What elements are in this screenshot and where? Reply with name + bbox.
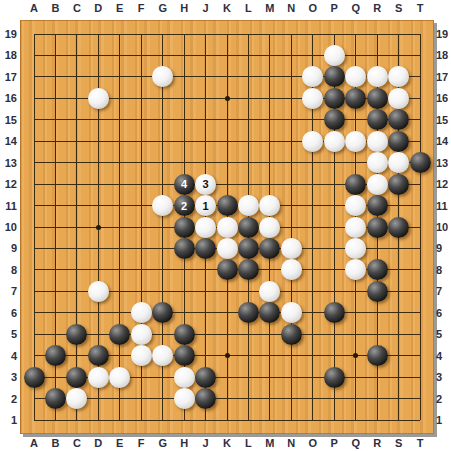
col-label-top-o: O <box>303 1 323 15</box>
grid-line-v-T <box>420 34 421 420</box>
col-label-bottom-o: O <box>303 436 323 450</box>
stone-white-n9 <box>281 238 302 259</box>
star-point-q4 <box>353 353 358 358</box>
stone-black-r11 <box>367 195 388 216</box>
col-label-top-t: T <box>410 1 430 15</box>
move-number-label: 3 <box>195 174 216 195</box>
stone-black-j3 <box>195 367 216 388</box>
col-label-top-d: D <box>88 1 108 15</box>
stone-black-j2 <box>195 388 216 409</box>
stone-white-o16 <box>302 88 323 109</box>
row-label-left-1: 1 <box>0 413 17 427</box>
stone-black-q16 <box>345 88 366 109</box>
stone-black-r16 <box>367 88 388 109</box>
col-label-bottom-f: F <box>131 436 151 450</box>
row-label-left-18: 18 <box>0 48 17 62</box>
stone-white-f5 <box>131 324 152 345</box>
row-label-right-7: 7 <box>436 284 451 298</box>
col-label-bottom-e: E <box>110 436 130 450</box>
row-label-right-17: 17 <box>436 70 451 84</box>
stone-black-n5 <box>281 324 302 345</box>
stone-black-h10 <box>174 217 195 238</box>
stone-black-e5 <box>109 324 130 345</box>
row-label-right-18: 18 <box>436 48 451 62</box>
stone-black-h11: 2 <box>174 195 195 216</box>
stone-white-n8 <box>281 259 302 280</box>
stone-white-h2 <box>174 388 195 409</box>
row-label-right-6: 6 <box>436 306 451 320</box>
col-label-bottom-c: C <box>67 436 87 450</box>
row-label-right-1: 1 <box>436 413 451 427</box>
stone-black-l10 <box>238 217 259 238</box>
row-label-right-2: 2 <box>436 392 451 406</box>
col-label-bottom-l: L <box>238 436 258 450</box>
move-number-label: 1 <box>195 195 216 216</box>
stone-white-d7 <box>88 281 109 302</box>
col-label-top-c: C <box>67 1 87 15</box>
stone-white-f4 <box>131 345 152 366</box>
row-label-right-3: 3 <box>436 370 451 384</box>
col-label-bottom-p: P <box>324 436 344 450</box>
stone-black-g6 <box>152 302 173 323</box>
stone-black-r15 <box>367 109 388 130</box>
col-label-bottom-s: S <box>389 436 409 450</box>
stone-black-s12 <box>388 174 409 195</box>
stone-white-k10 <box>217 217 238 238</box>
row-label-right-8: 8 <box>436 263 451 277</box>
row-label-left-5: 5 <box>0 327 17 341</box>
grid-line-h-1 <box>34 420 420 421</box>
stone-white-d16 <box>88 88 109 109</box>
row-label-left-11: 11 <box>0 199 17 213</box>
stone-black-k8 <box>217 259 238 280</box>
row-label-right-13: 13 <box>436 156 451 170</box>
stone-black-m6 <box>259 302 280 323</box>
stone-black-p3 <box>324 367 345 388</box>
stone-white-g4 <box>152 345 173 366</box>
col-label-bottom-n: N <box>281 436 301 450</box>
col-label-top-e: E <box>110 1 130 15</box>
stone-black-c5 <box>66 324 87 345</box>
row-label-right-10: 10 <box>436 220 451 234</box>
stone-black-c3 <box>66 367 87 388</box>
col-label-bottom-m: M <box>260 436 280 450</box>
row-label-left-6: 6 <box>0 306 17 320</box>
row-label-right-16: 16 <box>436 91 451 105</box>
stone-white-q8 <box>345 259 366 280</box>
stone-black-b2 <box>45 388 66 409</box>
row-label-left-3: 3 <box>0 370 17 384</box>
board-surface[interactable]: 4321 <box>20 20 434 434</box>
stone-black-d4 <box>88 345 109 366</box>
row-label-right-11: 11 <box>436 199 451 213</box>
col-label-top-f: F <box>131 1 151 15</box>
star-point-k4 <box>225 353 230 358</box>
stone-black-l8 <box>238 259 259 280</box>
row-label-right-5: 5 <box>436 327 451 341</box>
col-label-top-g: G <box>153 1 173 15</box>
stone-black-m9 <box>259 238 280 259</box>
col-label-bottom-j: J <box>196 436 216 450</box>
star-point-k16 <box>225 96 230 101</box>
stone-black-b4 <box>45 345 66 366</box>
star-point-d10 <box>96 225 101 230</box>
row-label-left-10: 10 <box>0 220 17 234</box>
stone-black-h5 <box>174 324 195 345</box>
col-label-bottom-q: Q <box>346 436 366 450</box>
stone-white-q11 <box>345 195 366 216</box>
stone-white-r13 <box>367 152 388 173</box>
col-label-top-r: R <box>367 1 387 15</box>
stone-black-r8 <box>367 259 388 280</box>
stone-white-s17 <box>388 66 409 87</box>
stone-black-k11 <box>217 195 238 216</box>
stone-white-p14 <box>324 131 345 152</box>
stone-white-f6 <box>131 302 152 323</box>
row-label-left-17: 17 <box>0 70 17 84</box>
stone-white-s13 <box>388 152 409 173</box>
stone-white-j12: 3 <box>195 174 216 195</box>
col-label-top-n: N <box>281 1 301 15</box>
stone-white-m11 <box>259 195 280 216</box>
col-label-bottom-g: G <box>153 436 173 450</box>
col-label-bottom-d: D <box>88 436 108 450</box>
stone-black-l6 <box>238 302 259 323</box>
stone-black-j9 <box>195 238 216 259</box>
row-label-left-12: 12 <box>0 177 17 191</box>
stone-white-r17 <box>367 66 388 87</box>
row-label-left-4: 4 <box>0 349 17 363</box>
row-label-left-15: 15 <box>0 113 17 127</box>
col-label-bottom-r: R <box>367 436 387 450</box>
col-label-bottom-t: T <box>410 436 430 450</box>
stone-black-l9 <box>238 238 259 259</box>
stone-white-g11 <box>152 195 173 216</box>
stone-white-m7 <box>259 281 280 302</box>
col-label-bottom-h: H <box>174 436 194 450</box>
row-label-right-4: 4 <box>436 349 451 363</box>
grid-line-h-6 <box>34 312 420 313</box>
stone-white-n6 <box>281 302 302 323</box>
row-label-left-19: 19 <box>0 27 17 41</box>
stone-black-q12 <box>345 174 366 195</box>
stone-black-t13 <box>410 152 431 173</box>
row-label-left-9: 9 <box>0 241 17 255</box>
col-label-top-q: Q <box>346 1 366 15</box>
stone-white-q10 <box>345 217 366 238</box>
stone-white-l11 <box>238 195 259 216</box>
stone-white-r12 <box>367 174 388 195</box>
stone-white-d3 <box>88 367 109 388</box>
row-label-right-9: 9 <box>436 241 451 255</box>
stone-black-a3 <box>24 367 45 388</box>
row-label-left-14: 14 <box>0 134 17 148</box>
go-board-diagram: 4321 AABBCCDDEEFFGGHHJJKKLLMMNNOOPPQQRRS… <box>0 0 451 451</box>
stone-white-q14 <box>345 131 366 152</box>
stone-black-p15 <box>324 109 345 130</box>
stone-black-r7 <box>367 281 388 302</box>
stone-white-r14 <box>367 131 388 152</box>
stone-black-p16 <box>324 88 345 109</box>
grid-line-h-2 <box>34 398 420 399</box>
col-label-bottom-k: K <box>217 436 237 450</box>
col-label-top-k: K <box>217 1 237 15</box>
stone-white-s16 <box>388 88 409 109</box>
stone-black-s14 <box>388 131 409 152</box>
stone-white-j11: 1 <box>195 195 216 216</box>
col-label-bottom-b: B <box>45 436 65 450</box>
stone-white-h3 <box>174 367 195 388</box>
col-label-top-j: J <box>196 1 216 15</box>
col-label-top-b: B <box>45 1 65 15</box>
stone-black-h12: 4 <box>174 174 195 195</box>
col-label-top-p: P <box>324 1 344 15</box>
row-label-right-19: 19 <box>436 27 451 41</box>
stone-black-p6 <box>324 302 345 323</box>
stone-white-e3 <box>109 367 130 388</box>
move-number-label: 4 <box>174 174 195 195</box>
stone-white-p18 <box>324 45 345 66</box>
stone-black-s15 <box>388 109 409 130</box>
grid-line-v-N <box>291 34 292 420</box>
col-label-top-h: H <box>174 1 194 15</box>
stone-black-h9 <box>174 238 195 259</box>
stone-white-q9 <box>345 238 366 259</box>
col-label-top-l: L <box>238 1 258 15</box>
stone-white-c2 <box>66 388 87 409</box>
row-label-right-14: 14 <box>436 134 451 148</box>
stone-white-j10 <box>195 217 216 238</box>
row-label-left-8: 8 <box>0 263 17 277</box>
row-label-left-13: 13 <box>0 156 17 170</box>
col-label-top-a: A <box>24 1 44 15</box>
stone-white-o17 <box>302 66 323 87</box>
stone-black-p17 <box>324 66 345 87</box>
row-label-left-16: 16 <box>0 91 17 105</box>
stone-white-o14 <box>302 131 323 152</box>
move-number-label: 2 <box>174 195 195 216</box>
stone-white-q17 <box>345 66 366 87</box>
stone-black-r4 <box>367 345 388 366</box>
stone-black-s10 <box>388 217 409 238</box>
stone-white-m10 <box>259 217 280 238</box>
row-label-left-7: 7 <box>0 284 17 298</box>
stone-black-r10 <box>367 217 388 238</box>
row-label-left-2: 2 <box>0 392 17 406</box>
stone-black-h4 <box>174 345 195 366</box>
stone-white-k9 <box>217 238 238 259</box>
col-label-top-m: M <box>260 1 280 15</box>
row-label-right-12: 12 <box>436 177 451 191</box>
col-label-bottom-a: A <box>24 436 44 450</box>
stone-white-g17 <box>152 66 173 87</box>
col-label-top-s: S <box>389 1 409 15</box>
grid-line-h-5 <box>34 334 420 335</box>
row-label-right-15: 15 <box>436 113 451 127</box>
